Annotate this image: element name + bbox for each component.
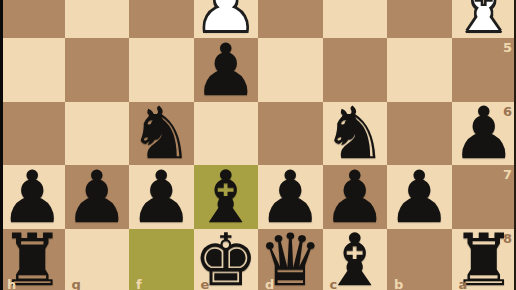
square-h4[interactable] — [0, 0, 65, 38]
square-d8[interactable]: ♛d — [258, 229, 323, 290]
file-label-f: f — [136, 278, 142, 290]
square-g7[interactable]: ♟ — [65, 165, 130, 229]
square-c4[interactable] — [323, 0, 388, 38]
file-label-h: h — [7, 278, 16, 290]
square-e5[interactable]: ♟ — [194, 38, 259, 102]
screen-edge-left — [0, 0, 3, 290]
file-label-a: a — [459, 278, 468, 290]
square-b5[interactable] — [387, 38, 452, 102]
rank-label-6: 6 — [503, 105, 512, 118]
square-g4[interactable] — [65, 0, 130, 38]
square-f8[interactable]: f — [129, 229, 194, 290]
rank-label-8: 8 — [503, 232, 512, 245]
piece-black-pawn[interactable]: ♟ — [193, 34, 258, 106]
square-h5[interactable] — [0, 38, 65, 102]
square-d4[interactable] — [258, 0, 323, 38]
square-f4[interactable] — [129, 0, 194, 38]
square-f7[interactable]: ♟ — [129, 165, 194, 229]
square-b8[interactable]: b — [387, 229, 452, 290]
piece-black-pawn[interactable]: ♟ — [129, 161, 194, 233]
square-b4[interactable] — [387, 0, 452, 38]
file-label-c: c — [330, 278, 338, 290]
file-label-d: d — [265, 278, 274, 290]
square-a8[interactable]: ♜8a — [452, 229, 516, 290]
square-g5[interactable] — [65, 38, 130, 102]
board-viewport: ♟♝♟5♞♞♟6♟♟♟♝♟♟♟7♜hgf♚e♛d♝cb♜8a — [0, 0, 516, 290]
square-d5[interactable] — [258, 38, 323, 102]
square-g8[interactable]: g — [65, 229, 130, 290]
file-label-b: b — [394, 278, 403, 290]
chess-board: ♟♝♟5♞♞♟6♟♟♟♝♟♟♟7♜hgf♚e♛d♝cb♜8a — [0, 0, 516, 290]
square-e8[interactable]: ♚e — [194, 229, 259, 290]
square-a6[interactable]: ♟6 — [452, 102, 516, 166]
file-label-g: g — [72, 278, 81, 290]
rank-label-7: 7 — [503, 168, 512, 181]
rank-label-5: 5 — [503, 41, 512, 54]
square-b7[interactable]: ♟ — [387, 165, 452, 229]
square-h8[interactable]: ♜h — [0, 229, 65, 290]
piece-black-pawn[interactable]: ♟ — [64, 161, 129, 233]
square-a4[interactable]: ♝ — [452, 0, 516, 38]
file-label-e: e — [201, 278, 210, 290]
piece-white-bishop[interactable]: ♝ — [451, 0, 516, 42]
square-c8[interactable]: ♝c — [323, 229, 388, 290]
piece-black-pawn[interactable]: ♟ — [387, 161, 452, 233]
